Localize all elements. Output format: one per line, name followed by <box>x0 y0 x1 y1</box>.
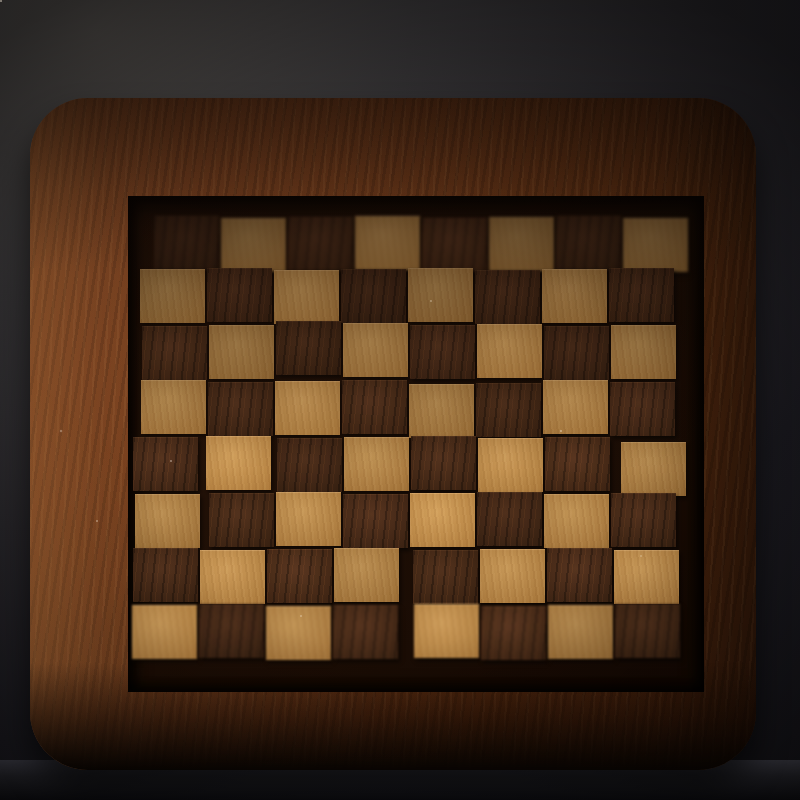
square-b2[interactable] <box>200 550 265 604</box>
square-e3[interactable] <box>410 493 475 547</box>
square-f3[interactable] <box>477 492 542 546</box>
square-a4[interactable] <box>133 437 198 491</box>
square-e1[interactable] <box>414 604 479 658</box>
square-g6[interactable] <box>544 326 609 380</box>
square-e6[interactable] <box>410 325 475 379</box>
square-a7[interactable] <box>140 269 205 323</box>
square-g5[interactable] <box>543 380 608 434</box>
square-c8[interactable] <box>288 217 353 271</box>
square-c5[interactable] <box>275 381 340 435</box>
square-d8[interactable] <box>355 216 420 270</box>
square-f8[interactable] <box>489 217 554 271</box>
square-g7[interactable] <box>542 269 607 323</box>
square-g8[interactable] <box>556 216 621 270</box>
square-h5[interactable] <box>610 382 675 436</box>
square-g1[interactable] <box>548 605 613 659</box>
square-e2[interactable] <box>413 550 478 604</box>
square-a1[interactable] <box>132 605 197 659</box>
square-f4[interactable] <box>478 438 543 492</box>
square-d3[interactable] <box>343 494 408 548</box>
square-f1[interactable] <box>481 606 546 660</box>
square-h4[interactable] <box>621 442 686 496</box>
square-d5[interactable] <box>342 380 407 434</box>
square-c1[interactable] <box>266 606 331 660</box>
square-b5[interactable] <box>208 382 273 436</box>
square-a3[interactable] <box>135 494 200 548</box>
square-h1[interactable] <box>615 604 680 658</box>
square-h2[interactable] <box>614 550 679 604</box>
square-b4[interactable] <box>206 436 271 490</box>
square-g2[interactable] <box>547 548 612 602</box>
square-c3[interactable] <box>276 492 341 546</box>
square-b7[interactable] <box>207 268 272 322</box>
square-f2[interactable] <box>480 549 545 603</box>
square-h6[interactable] <box>611 325 676 379</box>
square-b3[interactable] <box>209 493 274 547</box>
square-d6[interactable] <box>343 323 408 377</box>
square-h3[interactable] <box>611 493 676 547</box>
square-b1[interactable] <box>199 604 264 658</box>
square-f5[interactable] <box>476 383 541 437</box>
square-c6[interactable] <box>276 321 341 375</box>
square-e8[interactable] <box>422 218 487 272</box>
square-g3[interactable] <box>544 494 609 548</box>
square-g4[interactable] <box>545 437 610 491</box>
square-h8[interactable] <box>623 218 688 272</box>
square-c7[interactable] <box>274 270 339 324</box>
square-d1[interactable] <box>333 605 398 659</box>
square-d7[interactable] <box>341 269 406 323</box>
square-d2[interactable] <box>334 548 399 602</box>
square-f6[interactable] <box>477 324 542 378</box>
square-a8[interactable] <box>154 216 219 270</box>
dust-specks <box>0 0 2 2</box>
square-c2[interactable] <box>267 549 332 603</box>
square-b6[interactable] <box>209 325 274 379</box>
square-d4[interactable] <box>344 437 409 491</box>
board-grid <box>142 213 676 659</box>
square-h7[interactable] <box>609 268 674 322</box>
square-f7[interactable] <box>475 270 540 324</box>
square-a5[interactable] <box>141 380 206 434</box>
square-b8[interactable] <box>221 218 286 272</box>
scene <box>0 0 800 800</box>
square-a6[interactable] <box>142 326 207 380</box>
square-c4[interactable] <box>277 438 342 492</box>
square-e5[interactable] <box>409 384 474 438</box>
square-e7[interactable] <box>408 268 473 322</box>
square-a2[interactable] <box>133 548 198 602</box>
square-e4[interactable] <box>411 436 476 490</box>
